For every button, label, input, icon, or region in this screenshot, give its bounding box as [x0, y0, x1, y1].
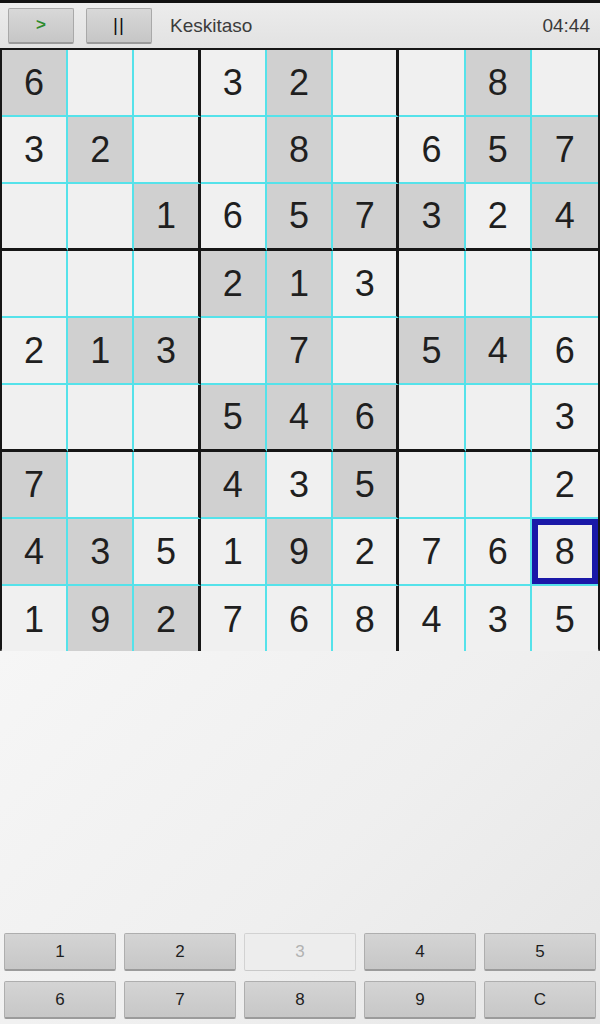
cell-r9c5[interactable]: 6	[267, 586, 333, 653]
cell-r8c8[interactable]: 6	[466, 519, 532, 586]
next-arrow-icon: >	[36, 15, 46, 35]
cell-r6c5[interactable]: 4	[267, 385, 333, 452]
cell-r3c2[interactable]	[68, 184, 134, 251]
cell-r8c7[interactable]: 7	[399, 519, 465, 586]
cell-r1c2[interactable]	[68, 50, 134, 117]
keypad-row: 12345	[4, 933, 596, 971]
pause-button[interactable]: ||	[86, 8, 152, 44]
cell-r5c4[interactable]	[201, 318, 267, 385]
keypad-button-9[interactable]: 9	[364, 981, 476, 1019]
cell-r2c3[interactable]	[134, 117, 200, 184]
cell-r1c4[interactable]: 3	[201, 50, 267, 117]
cell-r8c4[interactable]: 1	[201, 519, 267, 586]
cell-r1c9[interactable]	[532, 50, 598, 117]
cell-r4c8[interactable]	[466, 251, 532, 318]
cell-r9c8[interactable]: 3	[466, 586, 532, 653]
cell-r5c9[interactable]: 6	[532, 318, 598, 385]
cell-r9c4[interactable]: 7	[201, 586, 267, 653]
cell-r7c3[interactable]	[134, 452, 200, 519]
title-bar: > || Keskitaso 04:44	[0, 3, 600, 48]
cell-r7c5[interactable]: 3	[267, 452, 333, 519]
cell-r7c7[interactable]	[399, 452, 465, 519]
cell-r3c5[interactable]: 5	[267, 184, 333, 251]
cell-r5c5[interactable]: 7	[267, 318, 333, 385]
cell-r3c1[interactable]	[2, 184, 68, 251]
cell-r1c7[interactable]	[399, 50, 465, 117]
cell-r6c9[interactable]: 3	[532, 385, 598, 452]
cell-r6c3[interactable]	[134, 385, 200, 452]
cell-r5c3[interactable]: 3	[134, 318, 200, 385]
cell-r3c6[interactable]: 7	[333, 184, 399, 251]
cell-r3c3[interactable]: 1	[134, 184, 200, 251]
cell-r8c2[interactable]: 3	[68, 519, 134, 586]
cell-r2c4[interactable]	[201, 117, 267, 184]
cell-r8c3[interactable]: 5	[134, 519, 200, 586]
cell-r7c6[interactable]: 5	[333, 452, 399, 519]
cell-r6c1[interactable]	[2, 385, 68, 452]
cell-r7c1[interactable]: 7	[2, 452, 68, 519]
cell-r1c8[interactable]: 8	[466, 50, 532, 117]
cell-r3c7[interactable]: 3	[399, 184, 465, 251]
keypad-button-8[interactable]: 8	[244, 981, 356, 1019]
cell-r1c5[interactable]: 2	[267, 50, 333, 117]
pause-icon: ||	[113, 14, 125, 36]
cell-r4c3[interactable]	[134, 251, 200, 318]
cell-r5c2[interactable]: 1	[68, 318, 134, 385]
cell-r4c5[interactable]: 1	[267, 251, 333, 318]
cell-r2c2[interactable]: 2	[68, 117, 134, 184]
cell-r4c6[interactable]: 3	[333, 251, 399, 318]
cell-r4c7[interactable]	[399, 251, 465, 318]
cell-r1c6[interactable]	[333, 50, 399, 117]
cell-r5c6[interactable]	[333, 318, 399, 385]
cell-r2c7[interactable]: 6	[399, 117, 465, 184]
cell-r2c9[interactable]: 7	[532, 117, 598, 184]
cell-r9c2[interactable]: 9	[68, 586, 134, 653]
cell-r2c5[interactable]: 8	[267, 117, 333, 184]
lower-panel: 123456789C	[0, 651, 600, 1024]
cell-r7c4[interactable]: 4	[201, 452, 267, 519]
cell-r9c1[interactable]: 1	[2, 586, 68, 653]
next-puzzle-button[interactable]: >	[8, 8, 74, 44]
cell-r2c1[interactable]: 3	[2, 117, 68, 184]
cell-r2c6[interactable]	[333, 117, 399, 184]
cell-r8c6[interactable]: 2	[333, 519, 399, 586]
cell-r5c1[interactable]: 2	[2, 318, 68, 385]
timer: 04:44	[542, 15, 592, 37]
keypad-button-2[interactable]: 2	[124, 933, 236, 971]
cell-r5c8[interactable]: 4	[466, 318, 532, 385]
cell-r6c4[interactable]: 5	[201, 385, 267, 452]
cell-r9c6[interactable]: 8	[333, 586, 399, 653]
cell-r7c8[interactable]	[466, 452, 532, 519]
keypad-clear-button[interactable]: C	[484, 981, 596, 1019]
cell-r7c2[interactable]	[68, 452, 134, 519]
keypad-button-6[interactable]: 6	[4, 981, 116, 1019]
sudoku-board: 6328328657165732421321375465463743524351…	[0, 48, 600, 651]
cell-r4c2[interactable]	[68, 251, 134, 318]
cell-r6c7[interactable]	[399, 385, 465, 452]
number-keypad: 123456789C	[0, 933, 600, 1024]
cell-r1c1[interactable]: 6	[2, 50, 68, 117]
keypad-button-7[interactable]: 7	[124, 981, 236, 1019]
cell-r8c1[interactable]: 4	[2, 519, 68, 586]
cell-r2c8[interactable]: 5	[466, 117, 532, 184]
cell-r9c9[interactable]: 5	[532, 586, 598, 653]
keypad-button-3: 3	[244, 933, 356, 971]
cell-r4c1[interactable]	[2, 251, 68, 318]
cell-r3c9[interactable]: 4	[532, 184, 598, 251]
cell-r8c5[interactable]: 9	[267, 519, 333, 586]
cell-r4c4[interactable]: 2	[201, 251, 267, 318]
cell-r5c7[interactable]: 5	[399, 318, 465, 385]
keypad-button-5[interactable]: 5	[484, 933, 596, 971]
cell-r4c9[interactable]	[532, 251, 598, 318]
cell-r7c9[interactable]: 2	[532, 452, 598, 519]
cell-r6c2[interactable]	[68, 385, 134, 452]
cell-r9c7[interactable]: 4	[399, 586, 465, 653]
cell-r3c4[interactable]: 6	[201, 184, 267, 251]
difficulty-title: Keskitaso	[170, 15, 252, 37]
cell-r6c6[interactable]: 6	[333, 385, 399, 452]
cell-r9c3[interactable]: 2	[134, 586, 200, 653]
cell-r8c9[interactable]: 8	[532, 519, 598, 586]
keypad-button-1[interactable]: 1	[4, 933, 116, 971]
cell-r6c8[interactable]	[466, 385, 532, 452]
cell-r3c8[interactable]: 2	[466, 184, 532, 251]
keypad-button-4[interactable]: 4	[364, 933, 476, 971]
keypad-row: 6789C	[4, 981, 596, 1019]
cell-r1c3[interactable]	[134, 50, 200, 117]
